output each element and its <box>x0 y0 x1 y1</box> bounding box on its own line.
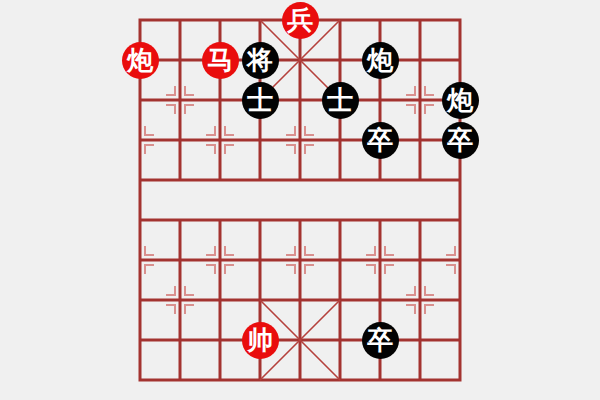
piece-red-cannon[interactable]: 炮 <box>122 42 159 79</box>
piece-black-advisor-1[interactable]: 士 <box>242 82 279 119</box>
piece-black-soldier-1[interactable]: 卒 <box>362 122 399 159</box>
piece-black-general[interactable]: 将 <box>242 42 279 79</box>
piece-black-advisor-2[interactable]: 士 <box>322 82 359 119</box>
piece-black-cannon-2[interactable]: 炮 <box>442 82 479 119</box>
pieces-layer: 兵炮马帅将炮士士炮卒卒卒 <box>120 0 480 400</box>
piece-black-soldier-3[interactable]: 卒 <box>362 322 399 359</box>
piece-red-general[interactable]: 帅 <box>242 322 279 359</box>
piece-black-soldier-2[interactable]: 卒 <box>442 122 479 159</box>
piece-red-soldier[interactable]: 兵 <box>282 2 319 39</box>
xiangqi-diagram: 兵炮马帅将炮士士炮卒卒卒 <box>0 0 600 400</box>
piece-black-cannon-1[interactable]: 炮 <box>362 42 399 79</box>
piece-red-horse[interactable]: 马 <box>202 42 239 79</box>
